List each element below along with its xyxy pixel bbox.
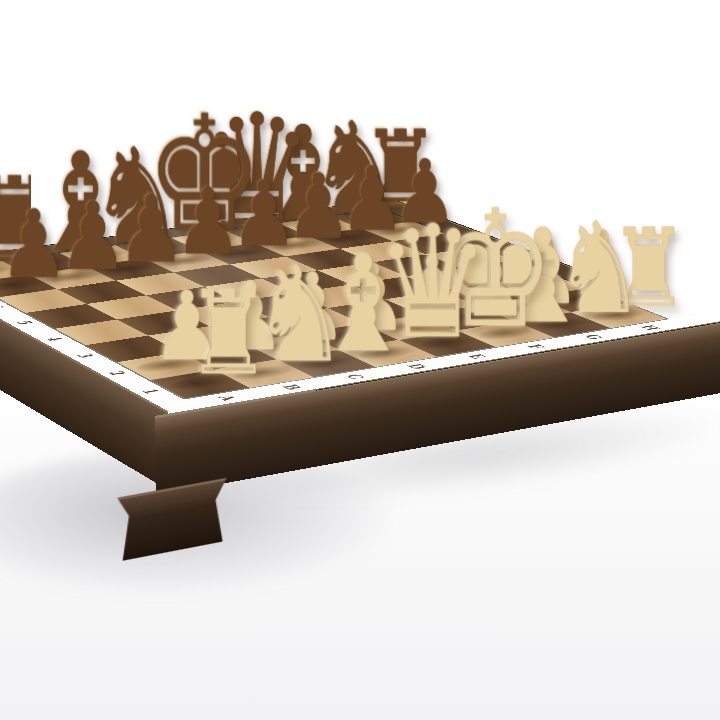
piece-black-rook-h8: ♜: [361, 116, 411, 224]
piece-black-queen-e8: ♛: [201, 94, 252, 247]
photo-stage: ♜♝♞♚♛♝♞♜♟♟♟♟♟♟♟♟♟♟♟♟♟♟♟♟♜♞♝♛♚♝♞♜ ABCDEFG…: [0, 0, 720, 720]
piece-shadow: [433, 309, 503, 325]
piece-shadow: [236, 226, 299, 239]
piece-shadow: [341, 212, 402, 225]
piece-shadow: [126, 240, 190, 254]
chess-set: ♜♝♞♚♛♝♞♜♟♟♟♟♟♟♟♟♟♟♟♟♟♟♟♟♜♞♝♛♚♝♞♜ ABCDEFG…: [0, 200, 715, 414]
piece-shadow: [130, 356, 204, 374]
piece-shadow: [289, 219, 351, 232]
piece-black-pawn-h7: ♟: [393, 149, 443, 237]
piece-shadow: [585, 307, 654, 323]
piece-shadow: [211, 246, 275, 260]
piece-shadow: [70, 248, 134, 262]
piece-shadow: [316, 327, 387, 344]
piece-shadow: [98, 262, 164, 276]
piece-shadow: [181, 233, 244, 246]
piece-shadow: [40, 270, 106, 285]
piece-shadow: [155, 254, 220, 268]
piece-shadow: [546, 292, 614, 307]
square-b6: [57, 281, 146, 304]
piece-shadow: [372, 224, 434, 237]
piece-shadow: [163, 374, 238, 393]
piece-black-king-d8: ♚: [145, 93, 197, 254]
piece-white-rook-h1: ♜: [609, 215, 665, 323]
piece-shadow: [266, 238, 330, 252]
board-foot: [115, 477, 230, 562]
piece-shadow: [13, 256, 78, 270]
